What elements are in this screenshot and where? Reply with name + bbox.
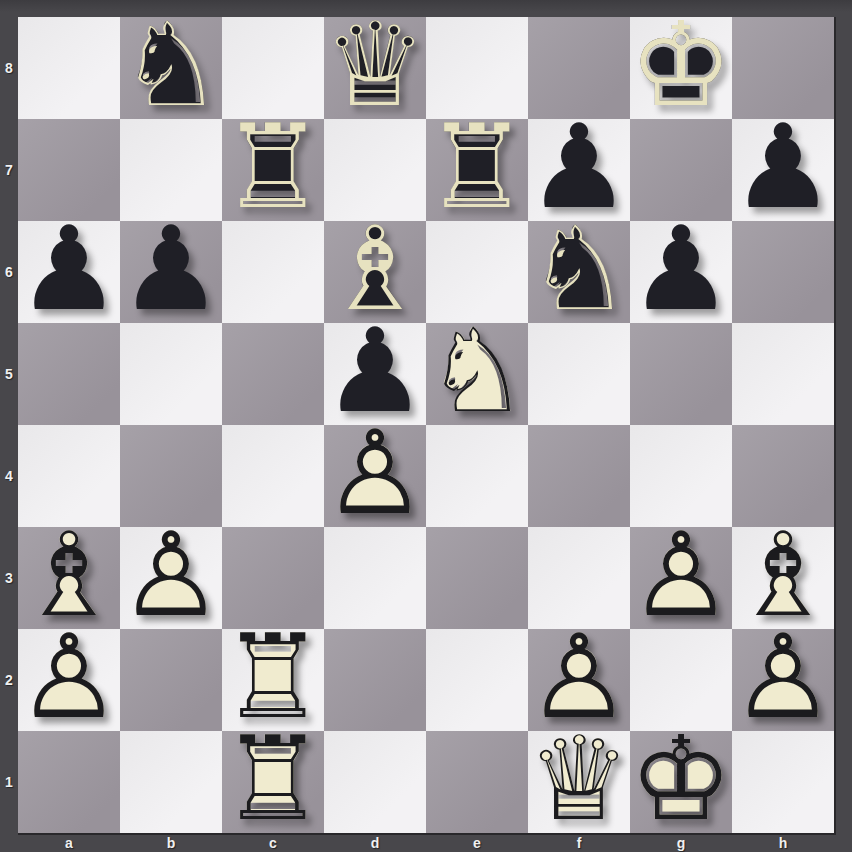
white-pawn-icon[interactable]: ♟♙	[324, 425, 426, 527]
piece-glyph-line: ♖	[221, 109, 325, 225]
square-a4[interactable]	[18, 425, 120, 527]
square-f3[interactable]	[528, 527, 630, 629]
file-label-b: b	[120, 833, 222, 852]
file-label-d: d	[324, 833, 426, 852]
piece-glyph-fill: ♟	[119, 211, 223, 327]
piece-glyph-fill: ♟	[731, 619, 835, 735]
square-g6[interactable]: ♟	[630, 221, 732, 323]
square-h5[interactable]	[732, 323, 834, 425]
square-b6[interactable]: ♟	[120, 221, 222, 323]
square-d5[interactable]: ♟	[324, 323, 426, 425]
square-a2[interactable]: ♟♙	[18, 629, 120, 731]
square-h2[interactable]: ♟♙	[732, 629, 834, 731]
white-knight-icon[interactable]: ♞♘	[426, 323, 528, 425]
piece-glyph-fill: ♚	[629, 7, 733, 123]
piece-glyph-line: ♘	[425, 313, 529, 429]
square-h8[interactable]	[732, 17, 834, 119]
chess-board: ♞♘♛♕♚♔♜♖♜♖♟♟♟♟♝♗♞♘♟♟♞♘♟♙♝♗♟♙♟♙♝♗♟♙♜♖♟♙♟♙…	[18, 17, 836, 835]
square-a3[interactable]: ♝♗	[18, 527, 120, 629]
black-knight-icon[interactable]: ♞♘	[120, 17, 222, 119]
square-f2[interactable]: ♟♙	[528, 629, 630, 731]
square-h6[interactable]	[732, 221, 834, 323]
piece-glyph-line: ♔	[629, 7, 733, 123]
square-a7[interactable]	[18, 119, 120, 221]
white-king-icon[interactable]: ♚♔	[630, 731, 732, 833]
white-pawn-icon[interactable]: ♟♙	[18, 629, 120, 731]
piece-glyph-fill: ♟	[119, 517, 223, 633]
rank-label-1: 1	[0, 731, 18, 833]
square-c6[interactable]	[222, 221, 324, 323]
square-e5[interactable]: ♞♘	[426, 323, 528, 425]
rank-label-7: 7	[0, 119, 18, 221]
piece-glyph-line: ♙	[323, 415, 427, 531]
square-b8[interactable]: ♞♘	[120, 17, 222, 119]
piece-glyph-line: ♗	[323, 211, 427, 327]
square-h1[interactable]	[732, 731, 834, 833]
square-g8[interactable]: ♚♔	[630, 17, 732, 119]
square-e1[interactable]	[426, 731, 528, 833]
piece-glyph-fill: ♟	[17, 619, 121, 735]
piece-glyph-fill: ♜	[221, 619, 325, 735]
square-b1[interactable]	[120, 731, 222, 833]
piece-glyph-fill: ♟	[527, 619, 631, 735]
piece-glyph-fill: ♜	[221, 721, 325, 837]
piece-glyph-fill: ♞	[425, 313, 529, 429]
file-label-f: f	[528, 833, 630, 852]
rank-label-2: 2	[0, 629, 18, 731]
piece-glyph-fill: ♟	[527, 109, 631, 225]
piece-glyph-line: ♙	[17, 619, 121, 735]
square-h7[interactable]: ♟	[732, 119, 834, 221]
white-bishop-icon[interactable]: ♝♗	[732, 527, 834, 629]
square-a5[interactable]	[18, 323, 120, 425]
square-d1[interactable]	[324, 731, 426, 833]
square-f1[interactable]: ♛♕	[528, 731, 630, 833]
square-b7[interactable]	[120, 119, 222, 221]
piece-glyph-fill: ♟	[629, 517, 733, 633]
square-d2[interactable]	[324, 629, 426, 731]
piece-glyph-fill: ♝	[731, 517, 835, 633]
piece-glyph-line: ♕	[323, 7, 427, 123]
square-f4[interactable]	[528, 425, 630, 527]
square-f7[interactable]: ♟	[528, 119, 630, 221]
white-pawn-icon[interactable]: ♟♙	[630, 527, 732, 629]
white-pawn-icon[interactable]: ♟♙	[528, 629, 630, 731]
square-e8[interactable]	[426, 17, 528, 119]
rank-label-6: 6	[0, 221, 18, 323]
piece-glyph-line: ♖	[221, 619, 325, 735]
square-f5[interactable]	[528, 323, 630, 425]
white-pawn-icon[interactable]: ♟♙	[120, 527, 222, 629]
square-b2[interactable]	[120, 629, 222, 731]
file-label-e: e	[426, 833, 528, 852]
white-queen-icon[interactable]: ♛♕	[528, 731, 630, 833]
piece-glyph-line: ♙	[527, 619, 631, 735]
piece-glyph-fill: ♟	[17, 211, 121, 327]
piece-glyph-line: ♖	[425, 109, 529, 225]
file-label-g: g	[630, 833, 732, 852]
square-a8[interactable]	[18, 17, 120, 119]
square-e2[interactable]	[426, 629, 528, 731]
piece-glyph-line: ♕	[527, 721, 631, 837]
square-e3[interactable]	[426, 527, 528, 629]
file-label-h: h	[732, 833, 834, 852]
piece-glyph-fill: ♛	[323, 7, 427, 123]
square-h3[interactable]: ♝♗	[732, 527, 834, 629]
square-d6[interactable]: ♝♗	[324, 221, 426, 323]
rank-label-8: 8	[0, 17, 18, 119]
square-c2[interactable]: ♜♖	[222, 629, 324, 731]
piece-glyph-fill: ♞	[119, 7, 223, 123]
square-c7[interactable]: ♜♖	[222, 119, 324, 221]
black-pawn-icon[interactable]: ♟	[120, 221, 222, 323]
square-h4[interactable]	[732, 425, 834, 527]
square-c8[interactable]	[222, 17, 324, 119]
square-f6[interactable]: ♞♘	[528, 221, 630, 323]
square-b3[interactable]: ♟♙	[120, 527, 222, 629]
piece-glyph-fill: ♝	[323, 211, 427, 327]
piece-glyph-fill: ♟	[731, 109, 835, 225]
square-g7[interactable]	[630, 119, 732, 221]
square-b4[interactable]	[120, 425, 222, 527]
square-g5[interactable]	[630, 323, 732, 425]
square-c4[interactable]	[222, 425, 324, 527]
file-label-a: a	[18, 833, 120, 852]
piece-glyph-fill: ♟	[323, 415, 427, 531]
piece-glyph-line: ♖	[221, 721, 325, 837]
square-f8[interactable]	[528, 17, 630, 119]
white-rook-icon[interactable]: ♜♖	[222, 629, 324, 731]
rank-label-3: 3	[0, 527, 18, 629]
black-knight-icon[interactable]: ♞♘	[528, 221, 630, 323]
piece-glyph-fill: ♚	[629, 721, 733, 837]
square-e7[interactable]: ♜♖	[426, 119, 528, 221]
piece-glyph-line: ♙	[629, 517, 733, 633]
black-bishop-icon[interactable]: ♝♗	[324, 221, 426, 323]
square-d8[interactable]: ♛♕	[324, 17, 426, 119]
piece-glyph-fill: ♟	[629, 211, 733, 327]
piece-glyph-fill: ♜	[221, 109, 325, 225]
square-d7[interactable]	[324, 119, 426, 221]
black-rook-icon[interactable]: ♜♖	[222, 119, 324, 221]
black-rook-icon[interactable]: ♜♖	[426, 119, 528, 221]
piece-glyph-fill: ♝	[17, 517, 121, 633]
square-c1[interactable]: ♜♖	[222, 731, 324, 833]
piece-glyph-line: ♔	[629, 721, 733, 837]
square-e6[interactable]	[426, 221, 528, 323]
piece-glyph-fill: ♛	[527, 721, 631, 837]
white-pawn-icon[interactable]: ♟♙	[732, 629, 834, 731]
file-label-c: c	[222, 833, 324, 852]
black-pawn-icon[interactable]: ♟	[732, 119, 834, 221]
piece-glyph-line: ♙	[119, 517, 223, 633]
square-b5[interactable]	[120, 323, 222, 425]
piece-glyph-line: ♗	[731, 517, 835, 633]
piece-glyph-fill: ♜	[425, 109, 529, 225]
white-rook-icon[interactable]: ♜♖	[222, 731, 324, 833]
piece-glyph-fill: ♟	[323, 313, 427, 429]
piece-glyph-fill: ♞	[527, 211, 631, 327]
black-pawn-icon[interactable]: ♟	[324, 323, 426, 425]
square-c3[interactable]	[222, 527, 324, 629]
square-a6[interactable]: ♟	[18, 221, 120, 323]
square-d3[interactable]	[324, 527, 426, 629]
piece-glyph-line: ♗	[17, 517, 121, 633]
piece-glyph-line: ♘	[119, 7, 223, 123]
black-pawn-icon[interactable]: ♟	[18, 221, 120, 323]
square-g3[interactable]: ♟♙	[630, 527, 732, 629]
black-queen-icon[interactable]: ♛♕	[324, 17, 426, 119]
square-g1[interactable]: ♚♔	[630, 731, 732, 833]
piece-glyph-line: ♘	[527, 211, 631, 327]
black-pawn-icon[interactable]: ♟	[630, 221, 732, 323]
square-g4[interactable]	[630, 425, 732, 527]
square-a1[interactable]	[18, 731, 120, 833]
white-bishop-icon[interactable]: ♝♗	[18, 527, 120, 629]
black-king-icon[interactable]: ♚♔	[630, 17, 732, 119]
rank-label-4: 4	[0, 425, 18, 527]
square-e4[interactable]	[426, 425, 528, 527]
black-pawn-icon[interactable]: ♟	[528, 119, 630, 221]
rank-label-5: 5	[0, 323, 18, 425]
square-c5[interactable]	[222, 323, 324, 425]
square-d4[interactable]: ♟♙	[324, 425, 426, 527]
chess-board-frame: ♞♘♛♕♚♔♜♖♜♖♟♟♟♟♝♗♞♘♟♟♞♘♟♙♝♗♟♙♟♙♝♗♟♙♜♖♟♙♟♙…	[0, 0, 852, 852]
piece-glyph-line: ♙	[731, 619, 835, 735]
square-g2[interactable]	[630, 629, 732, 731]
